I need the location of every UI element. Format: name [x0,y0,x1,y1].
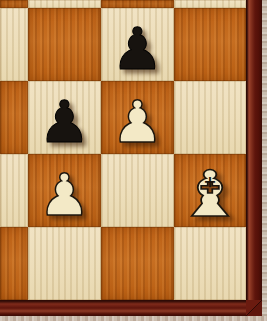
square-h3[interactable] [174,81,246,154]
black-pawn-f3[interactable]: ♟ [39,93,91,151]
square-h4[interactable] [174,8,246,81]
board-frame-right [246,0,262,316]
square-g4[interactable]: ♟ [101,8,174,81]
chess-board-screenshot: ♟♟♟♟♝+ [0,0,267,321]
white-pawn-f2[interactable]: ♟ [39,166,91,224]
square-g3[interactable]: ♟ [101,81,174,154]
board[interactable]: ♟♟♟♟♝+ [0,0,246,300]
board-frame-bottom [0,300,262,316]
square-g2[interactable] [101,154,174,227]
table-background-bottom [0,316,267,321]
square-h5[interactable] [174,0,246,8]
square-e4[interactable] [0,8,28,81]
black-pawn-g4[interactable]: ♟ [112,20,164,78]
square-e3[interactable] [0,81,28,154]
square-f5[interactable] [28,0,101,8]
table-background-right [262,0,267,321]
square-e5[interactable] [0,0,28,8]
square-f1[interactable] [28,227,101,300]
square-g1[interactable] [101,227,174,300]
square-h2[interactable]: ♝+ [174,154,246,227]
square-e2[interactable] [0,154,28,227]
square-g5[interactable] [101,0,174,8]
square-f4[interactable] [28,8,101,81]
white-pawn-g3[interactable]: ♟ [112,93,164,151]
square-f2[interactable]: ♟ [28,154,101,227]
square-e1[interactable] [0,227,28,300]
board-frame-corner [246,300,262,316]
white-bishop-h2[interactable]: ♝ [175,162,245,226]
square-h1[interactable] [174,227,246,300]
square-f3[interactable]: ♟ [28,81,101,154]
